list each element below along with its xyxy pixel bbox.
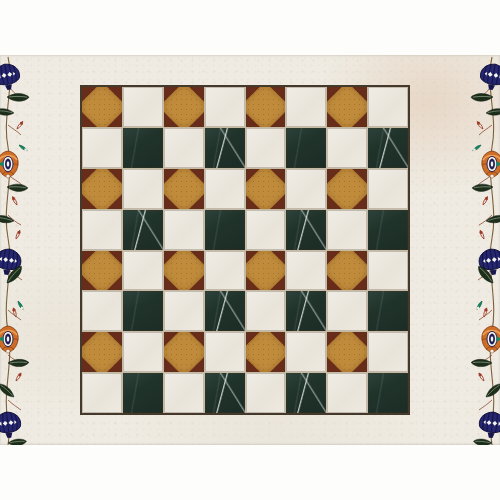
square-h4[interactable]: [368, 251, 408, 291]
square-d7[interactable]: [205, 128, 245, 168]
square-h1[interactable]: [368, 373, 408, 413]
square-c3[interactable]: [164, 291, 204, 331]
square-c1[interactable]: [164, 373, 204, 413]
square-e5[interactable]: [246, 210, 286, 250]
floral-inlay-border-left: [0, 55, 40, 445]
square-d6[interactable]: [205, 169, 245, 209]
square-e3[interactable]: [246, 291, 286, 331]
square-b4[interactable]: [123, 251, 163, 291]
square-h8[interactable]: [368, 87, 408, 127]
background-bottom-band: [0, 445, 500, 500]
square-a8[interactable]: [82, 87, 122, 127]
square-h2[interactable]: [368, 332, 408, 372]
background-top-band: [0, 0, 500, 55]
square-f7[interactable]: [286, 128, 326, 168]
square-d2[interactable]: [205, 332, 245, 372]
square-a2[interactable]: [82, 332, 122, 372]
square-e8[interactable]: [246, 87, 286, 127]
square-b1[interactable]: [123, 373, 163, 413]
square-g3[interactable]: [327, 291, 367, 331]
square-h7[interactable]: [368, 128, 408, 168]
square-b6[interactable]: [123, 169, 163, 209]
square-c5[interactable]: [164, 210, 204, 250]
square-f3[interactable]: [286, 291, 326, 331]
square-d5[interactable]: [205, 210, 245, 250]
square-c7[interactable]: [164, 128, 204, 168]
square-b8[interactable]: [123, 87, 163, 127]
square-a1[interactable]: [82, 373, 122, 413]
square-g2[interactable]: [327, 332, 367, 372]
square-e2[interactable]: [246, 332, 286, 372]
square-e1[interactable]: [246, 373, 286, 413]
square-c2[interactable]: [164, 332, 204, 372]
square-g8[interactable]: [327, 87, 367, 127]
square-b7[interactable]: [123, 128, 163, 168]
square-f1[interactable]: [286, 373, 326, 413]
square-e6[interactable]: [246, 169, 286, 209]
floral-inlay-border-right: [460, 55, 500, 445]
square-c4[interactable]: [164, 251, 204, 291]
square-a5[interactable]: [82, 210, 122, 250]
square-a7[interactable]: [82, 128, 122, 168]
square-c8[interactable]: [164, 87, 204, 127]
square-g5[interactable]: [327, 210, 367, 250]
square-f6[interactable]: [286, 169, 326, 209]
square-h5[interactable]: [368, 210, 408, 250]
photo-of-marble-chess-table: [0, 0, 500, 500]
square-g4[interactable]: [327, 251, 367, 291]
chess-board[interactable]: [80, 85, 410, 415]
square-b5[interactable]: [123, 210, 163, 250]
square-b3[interactable]: [123, 291, 163, 331]
square-a4[interactable]: [82, 251, 122, 291]
square-e7[interactable]: [246, 128, 286, 168]
square-h3[interactable]: [368, 291, 408, 331]
square-a3[interactable]: [82, 291, 122, 331]
square-f5[interactable]: [286, 210, 326, 250]
square-f4[interactable]: [286, 251, 326, 291]
square-f8[interactable]: [286, 87, 326, 127]
square-f2[interactable]: [286, 332, 326, 372]
square-h6[interactable]: [368, 169, 408, 209]
square-e4[interactable]: [246, 251, 286, 291]
square-d1[interactable]: [205, 373, 245, 413]
square-a6[interactable]: [82, 169, 122, 209]
square-d3[interactable]: [205, 291, 245, 331]
square-c6[interactable]: [164, 169, 204, 209]
square-d8[interactable]: [205, 87, 245, 127]
square-g7[interactable]: [327, 128, 367, 168]
square-g1[interactable]: [327, 373, 367, 413]
marble-table-surface: [0, 55, 500, 445]
square-b2[interactable]: [123, 332, 163, 372]
square-d4[interactable]: [205, 251, 245, 291]
square-g6[interactable]: [327, 169, 367, 209]
